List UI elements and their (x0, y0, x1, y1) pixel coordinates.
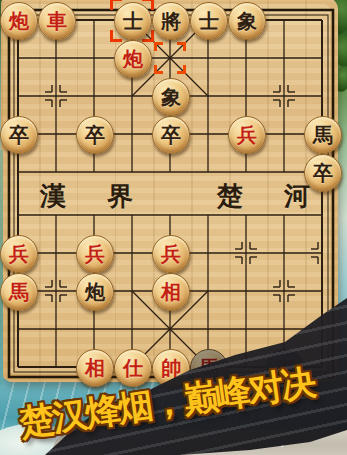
piece-black-soldier[interactable]: 卒 (152, 116, 190, 154)
piece-black-cannon[interactable]: 炮 (76, 273, 114, 311)
piece-red-elephant[interactable]: 相 (76, 349, 114, 387)
piece-red-soldier[interactable]: 兵 (152, 235, 190, 273)
piece-red-soldier[interactable]: 兵 (76, 235, 114, 273)
piece-red-soldier[interactable]: 兵 (228, 116, 266, 154)
piece-red-cannon[interactable]: 炮 (114, 40, 152, 78)
piece-black-horse[interactable]: 馬 (304, 116, 342, 154)
piece-black-soldier[interactable]: 卒 (0, 116, 38, 154)
game-screen: 漢 界 楚 河 炮車士將士象炮象卒卒卒兵馬卒兵兵兵馬炮相相仕帥馬車 楚汉烽烟，巅… (0, 0, 347, 455)
background-left-sliver (0, 150, 3, 385)
piece-black-soldier[interactable]: 卒 (76, 116, 114, 154)
piece-red-chariot[interactable]: 車 (38, 2, 76, 40)
piece-red-horse[interactable]: 馬 (0, 273, 38, 311)
piece-red-elephant[interactable]: 相 (152, 273, 190, 311)
piece-black-elephant[interactable]: 象 (228, 2, 266, 40)
piece-black-advisor[interactable]: 士 (190, 2, 228, 40)
move-target-marker[interactable] (154, 42, 186, 74)
piece-black-soldier[interactable]: 卒 (304, 154, 342, 192)
piece-black-general[interactable]: 將 (152, 2, 190, 40)
piece-black-elephant[interactable]: 象 (152, 78, 190, 116)
piece-red-soldier[interactable]: 兵 (0, 235, 38, 273)
river-label-han-jie: 漢 界 (40, 179, 149, 214)
piece-red-cannon[interactable]: 炮 (0, 2, 38, 40)
piece-black-advisor[interactable]: 士 (114, 2, 152, 40)
